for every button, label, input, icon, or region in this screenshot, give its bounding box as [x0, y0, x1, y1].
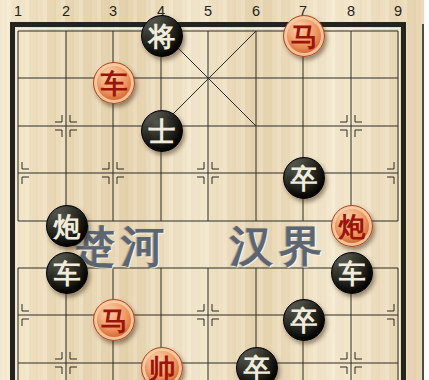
column-label-6: 6 — [252, 3, 260, 19]
column-label-5: 5 — [204, 3, 212, 19]
piece-black-chariot[interactable]: 车 — [331, 252, 373, 294]
piece-black-general[interactable]: 将 — [141, 15, 183, 57]
column-label-1: 1 — [14, 3, 22, 19]
piece-red-horse[interactable]: 马 — [283, 15, 325, 57]
piece-black-chariot[interactable]: 车 — [46, 252, 88, 294]
piece-red-chariot[interactable]: 车 — [93, 62, 135, 104]
piece-red-horse[interactable]: 马 — [93, 299, 135, 341]
xiangqi-board: 123456789 楚河 汉界 将马车士卒炮炮车车马卒帅卒 — [0, 0, 429, 380]
piece-black-soldier[interactable]: 卒 — [283, 157, 325, 199]
column-label-3: 3 — [109, 3, 117, 19]
piece-black-advisor[interactable]: 士 — [141, 110, 183, 152]
column-label-2: 2 — [62, 3, 70, 19]
window-edge — [424, 0, 429, 380]
column-label-9: 9 — [394, 3, 402, 19]
piece-black-soldier[interactable]: 卒 — [283, 299, 325, 341]
board-grid — [0, 0, 429, 380]
piece-red-cannon[interactable]: 炮 — [331, 205, 373, 247]
piece-black-cannon[interactable]: 炮 — [46, 205, 88, 247]
column-label-8: 8 — [347, 3, 355, 19]
river-text-right: 汉界 — [230, 222, 328, 270]
